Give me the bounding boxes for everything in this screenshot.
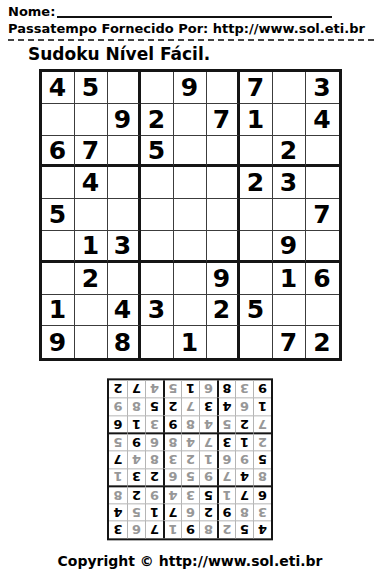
puzzle-cell-r7c3[interactable]	[108, 263, 141, 295]
solution-cell-r1c6: 1	[163, 521, 181, 539]
puzzle-cell-r7c8: 1	[273, 263, 306, 295]
puzzle-cell-r5c5[interactable]	[174, 199, 207, 231]
solution-cell-r1c1: 4	[253, 521, 271, 539]
puzzle-cell-r1c3[interactable]	[108, 72, 141, 104]
puzzle-cell-r1c4[interactable]	[141, 72, 174, 104]
solution-cell-r8c1: 1	[253, 398, 271, 416]
solution-cell-r3c1: 6	[253, 486, 271, 504]
solution-cell-r7c2: 2	[235, 415, 253, 433]
puzzle-cell-r5c9: 7	[306, 199, 339, 231]
solution-cell-r2c3: 9	[217, 503, 235, 521]
solution-cell-r5c2: 9	[235, 451, 253, 469]
solution-cell-r4c7: 2	[145, 468, 163, 486]
puzzle-cell-r9c9: 2	[306, 326, 339, 358]
solution-cell-r7c4: 4	[199, 415, 217, 433]
puzzle-cell-r2c4: 2	[141, 104, 174, 136]
solution-cell-r8c5: 7	[181, 398, 199, 416]
sudoku-solution-grid-rotated: 4528917633892671546715349288479562315961…	[107, 378, 273, 540]
puzzle-cell-r8c8[interactable]	[273, 295, 306, 327]
puzzle-cell-r3c6[interactable]	[207, 136, 240, 168]
puzzle-cell-r3c5[interactable]	[174, 136, 207, 168]
copyright-line: Copyright © http://www.sol.eti.br	[0, 553, 380, 569]
puzzle-cell-r4c9[interactable]	[306, 167, 339, 199]
puzzle-cell-r6c4[interactable]	[141, 231, 174, 263]
solution-cell-r8c8: 8	[127, 398, 145, 416]
solution-cell-r5c9: 7	[109, 451, 127, 469]
solution-cell-r4c6: 6	[163, 468, 181, 486]
puzzle-cell-r3c4: 5	[141, 136, 174, 168]
solution-cell-r8c2: 6	[235, 398, 253, 416]
solution-cell-r1c8: 6	[127, 521, 145, 539]
solution-cell-r3c2: 7	[235, 486, 253, 504]
puzzle-cell-r2c1[interactable]	[42, 104, 75, 136]
puzzle-cell-r8c3: 4	[108, 295, 141, 327]
puzzle-cell-r3c8: 2	[273, 136, 306, 168]
solution-cell-r7c6: 9	[163, 415, 181, 433]
solution-cell-r2c9: 4	[109, 503, 127, 521]
puzzle-cell-r4c1[interactable]	[42, 167, 75, 199]
solution-cell-r3c9: 8	[109, 486, 127, 504]
puzzle-cell-r4c7: 2	[240, 167, 273, 199]
puzzle-cell-r2c7: 1	[240, 104, 273, 136]
provided-by-line: Passatempo Fornecido Por: http://www.sol…	[8, 21, 374, 41]
puzzle-cell-r1c7: 7	[240, 72, 273, 104]
puzzle-cell-r5c3[interactable]	[108, 199, 141, 231]
solution-cell-r7c1: 7	[253, 415, 271, 433]
puzzle-cell-r3c2: 7	[75, 136, 108, 168]
puzzle-cell-r8c5[interactable]	[174, 295, 207, 327]
puzzle-cell-r4c3[interactable]	[108, 167, 141, 199]
puzzle-cell-r2c2[interactable]	[75, 104, 108, 136]
puzzle-cell-r7c4[interactable]	[141, 263, 174, 295]
solution-cell-r1c9: 3	[109, 521, 127, 539]
name-label: Nome:	[8, 5, 55, 18]
solution-cell-r3c4: 5	[199, 486, 217, 504]
solution-cell-r9c4: 6	[199, 380, 217, 398]
puzzle-cell-r1c1: 4	[42, 72, 75, 104]
solution-cell-r6c4: 7	[199, 433, 217, 451]
puzzle-cell-r7c2: 2	[75, 263, 108, 295]
solution-cell-r9c2: 3	[235, 380, 253, 398]
solution-cell-r9c1: 9	[253, 380, 271, 398]
puzzle-cell-r1c6[interactable]	[207, 72, 240, 104]
puzzle-cell-r5c7[interactable]	[240, 199, 273, 231]
solution-cell-r8c4: 3	[199, 398, 217, 416]
solution-cell-r2c1: 3	[253, 503, 271, 521]
puzzle-cell-r5c8[interactable]	[273, 199, 306, 231]
puzzle-cell-r8c6: 2	[207, 295, 240, 327]
solution-cell-r2c7: 1	[145, 503, 163, 521]
solution-cell-r1c2: 5	[235, 521, 253, 539]
solution-cell-r1c5: 9	[181, 521, 199, 539]
solution-cell-r4c3: 7	[217, 468, 235, 486]
solution-cell-r6c6: 8	[163, 433, 181, 451]
puzzle-cell-r6c6[interactable]	[207, 231, 240, 263]
puzzle-cell-r1c8[interactable]	[273, 72, 306, 104]
puzzle-cell-r5c4[interactable]	[141, 199, 174, 231]
solution-cell-r4c9: 1	[109, 468, 127, 486]
puzzle-cell-r9c3: 8	[108, 326, 141, 358]
puzzle-cell-r2c3: 9	[108, 104, 141, 136]
puzzle-cell-r7c9: 6	[306, 263, 339, 295]
solution-cell-r5c7: 8	[145, 451, 163, 469]
puzzle-cell-r4c6[interactable]	[207, 167, 240, 199]
puzzle-cell-r8c9[interactable]	[306, 295, 339, 327]
puzzle-cell-r1c9: 3	[306, 72, 339, 104]
solution-cell-r6c5: 4	[181, 433, 199, 451]
solution-cell-r1c7: 7	[145, 521, 163, 539]
solution-cell-r3c7: 9	[145, 486, 163, 504]
solution-cell-r1c3: 2	[217, 521, 235, 539]
solution-cell-r5c1: 5	[253, 451, 271, 469]
solution-cell-r6c2: 1	[235, 433, 253, 451]
puzzle-cell-r6c7[interactable]	[240, 231, 273, 263]
puzzle-cell-r3c7[interactable]	[240, 136, 273, 168]
puzzle-cell-r7c5[interactable]	[174, 263, 207, 295]
solution-cell-r4c2: 4	[235, 468, 253, 486]
solution-cell-r9c6: 5	[163, 380, 181, 398]
puzzle-cell-r7c1[interactable]	[42, 263, 75, 295]
solution-cell-r3c5: 3	[181, 486, 199, 504]
puzzle-cell-r9c7[interactable]	[240, 326, 273, 358]
solution-cell-r7c8: 1	[127, 415, 145, 433]
solution-cell-r7c7: 3	[145, 415, 163, 433]
puzzle-cell-r2c5[interactable]	[174, 104, 207, 136]
puzzle-cell-r2c9: 4	[306, 104, 339, 136]
puzzle-cell-r3c3[interactable]	[108, 136, 141, 168]
solution-cell-r2c4: 2	[199, 503, 217, 521]
puzzle-cell-r7c6: 9	[207, 263, 240, 295]
solution-cell-r4c5: 5	[181, 468, 199, 486]
puzzle-cell-r9c1: 9	[42, 326, 75, 358]
page-title: Sudoku Nível Fácil.	[28, 44, 380, 64]
solution-cell-r4c8: 3	[127, 468, 145, 486]
solution-grid-wrap: 4528917633892671546715349288479562315961…	[107, 378, 273, 540]
solution-cell-r9c9: 2	[109, 380, 127, 398]
puzzle-cell-r5c6[interactable]	[207, 199, 240, 231]
puzzle-cell-r9c8: 7	[273, 326, 306, 358]
sudoku-worksheet-page: Nome: Passatempo Fornecido Por: http://w…	[0, 0, 380, 585]
solution-cell-r5c3: 6	[217, 451, 235, 469]
solution-cell-r2c5: 6	[181, 503, 199, 521]
puzzle-cell-r4c5[interactable]	[174, 167, 207, 199]
solution-cell-r7c9: 6	[109, 415, 127, 433]
solution-cell-r9c7: 4	[145, 380, 163, 398]
puzzle-cell-r6c1[interactable]	[42, 231, 75, 263]
solution-cell-r7c5: 8	[181, 415, 199, 433]
puzzle-cell-r6c2: 1	[75, 231, 108, 263]
sudoku-puzzle-grid: 459739271467524235713929161432598172	[39, 69, 342, 361]
solution-cell-r8c9: 9	[109, 398, 127, 416]
solution-cell-r7c3: 5	[217, 415, 235, 433]
puzzle-cell-r1c5: 9	[174, 72, 207, 104]
puzzle-cell-r9c2[interactable]	[75, 326, 108, 358]
solution-cell-r9c5: 1	[181, 380, 199, 398]
solution-cell-r8c7: 5	[145, 398, 163, 416]
puzzle-cell-r5c2[interactable]	[75, 199, 108, 231]
puzzle-cell-r4c4[interactable]	[141, 167, 174, 199]
solution-cell-r2c6: 7	[163, 503, 181, 521]
puzzle-cell-r6c3: 3	[108, 231, 141, 263]
puzzle-cell-r2c8[interactable]	[273, 104, 306, 136]
solution-cell-r3c8: 2	[127, 486, 145, 504]
puzzle-cell-r8c1: 1	[42, 295, 75, 327]
solution-cell-r6c1: 2	[253, 433, 271, 451]
puzzle-cell-r6c9[interactable]	[306, 231, 339, 263]
puzzle-cell-r3c1: 6	[42, 136, 75, 168]
solution-cell-r8c3: 4	[217, 398, 235, 416]
solution-cell-r2c8: 5	[127, 503, 145, 521]
solution-cell-r6c7: 6	[145, 433, 163, 451]
puzzle-cell-r6c5[interactable]	[174, 231, 207, 263]
solution-cell-r5c5: 2	[181, 451, 199, 469]
name-field-row: Nome:	[8, 3, 332, 18]
puzzle-cell-r9c4[interactable]	[141, 326, 174, 358]
puzzle-cell-r9c6[interactable]	[207, 326, 240, 358]
solution-cell-r1c4: 8	[199, 521, 217, 539]
solution-cell-r5c6: 3	[163, 451, 181, 469]
puzzle-cell-r6c8: 9	[273, 231, 306, 263]
puzzle-cell-r4c2: 4	[75, 167, 108, 199]
solution-cell-r2c2: 8	[235, 503, 253, 521]
solution-cell-r8c6: 2	[163, 398, 181, 416]
solution-cell-r6c9: 5	[109, 433, 127, 451]
puzzle-cell-r1c2: 5	[75, 72, 108, 104]
puzzle-cell-r8c4: 3	[141, 295, 174, 327]
solution-cell-r4c1: 8	[253, 468, 271, 486]
solution-cell-r9c3: 8	[217, 380, 235, 398]
solution-cell-r5c4: 1	[199, 451, 217, 469]
puzzle-cell-r8c2[interactable]	[75, 295, 108, 327]
puzzle-cell-r5c1: 5	[42, 199, 75, 231]
solution-cell-r9c8: 7	[127, 380, 145, 398]
solution-cell-r3c3: 1	[217, 486, 235, 504]
puzzle-cell-r9c5: 1	[174, 326, 207, 358]
puzzle-cell-r4c8: 3	[273, 167, 306, 199]
puzzle-cell-r7c7[interactable]	[240, 263, 273, 295]
puzzle-cell-r8c7: 5	[240, 295, 273, 327]
solution-cell-r6c8: 9	[127, 433, 145, 451]
solution-cell-r6c3: 3	[217, 433, 235, 451]
solution-cell-r5c8: 4	[127, 451, 145, 469]
name-fill-line[interactable]	[57, 5, 332, 18]
puzzle-cell-r3c9[interactable]	[306, 136, 339, 168]
solution-cell-r3c6: 4	[163, 486, 181, 504]
puzzle-cell-r2c6: 7	[207, 104, 240, 136]
solution-cell-r4c4: 9	[199, 468, 217, 486]
